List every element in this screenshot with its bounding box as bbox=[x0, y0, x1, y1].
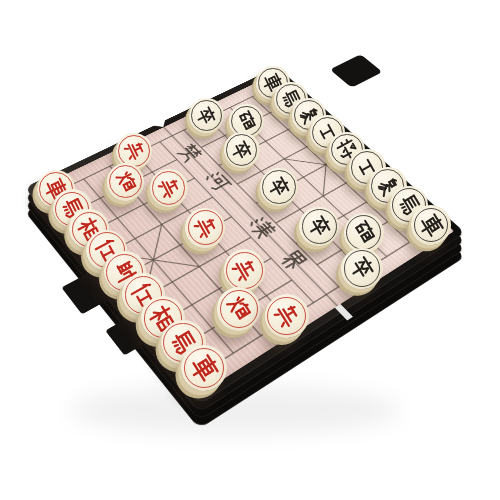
piece-black-cannon[interactable] bbox=[344, 213, 384, 253]
xiangqi-travel-set bbox=[0, 0, 500, 500]
piece-black-soldier[interactable] bbox=[299, 207, 339, 247]
piece-black-soldier[interactable] bbox=[260, 168, 298, 206]
piece-red-soldier[interactable] bbox=[150, 169, 188, 207]
piece-red-chariot[interactable] bbox=[181, 345, 227, 391]
piece-red-soldier[interactable] bbox=[185, 208, 225, 248]
piece-black-chariot[interactable] bbox=[411, 205, 451, 245]
piece-red-soldier[interactable] bbox=[265, 294, 309, 338]
piece-black-soldier[interactable] bbox=[224, 132, 260, 168]
piece-black-soldier[interactable] bbox=[189, 98, 224, 133]
piece-black-soldier[interactable] bbox=[341, 248, 383, 290]
piece-red-cannon[interactable] bbox=[217, 287, 260, 330]
pieces-layer bbox=[0, 0, 500, 500]
piece-red-cannon[interactable] bbox=[107, 163, 145, 201]
piece-red-soldier[interactable] bbox=[224, 249, 266, 291]
